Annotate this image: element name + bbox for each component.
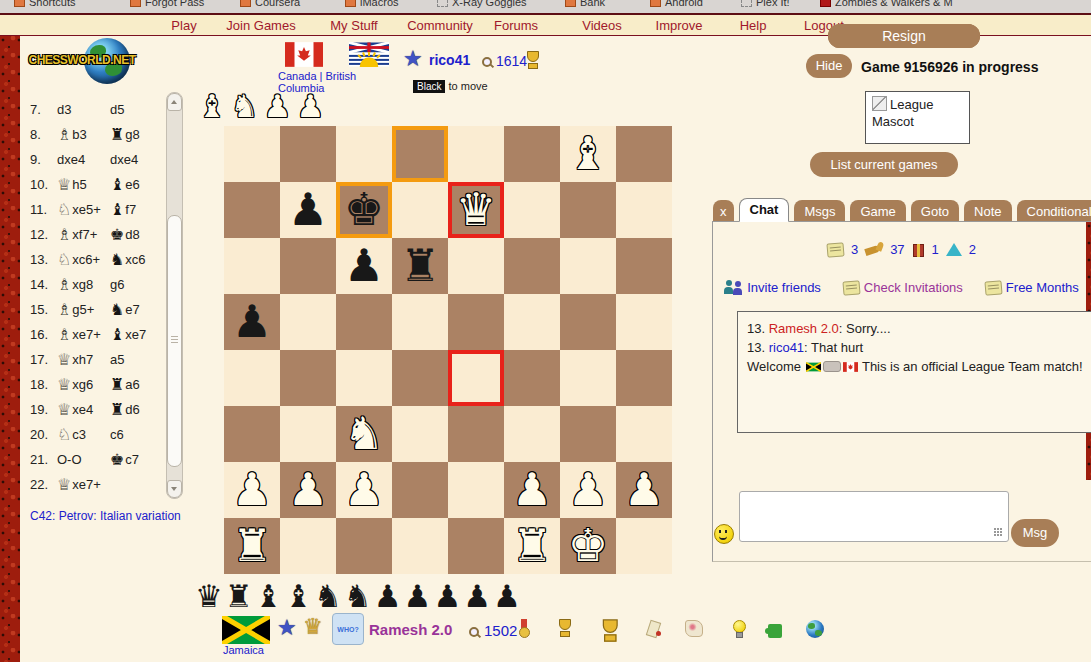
logo-text: CHESSWORLD.NET bbox=[26, 53, 138, 67]
bookmark-label: Forgot Pass bbox=[145, 0, 204, 8]
white-move-text: xg8 bbox=[72, 277, 93, 292]
square-b4[interactable] bbox=[280, 350, 336, 406]
black-piece-icon: ♜ bbox=[110, 127, 124, 143]
bookmark-forgot-pass[interactable]: Forgot Pass bbox=[130, 0, 204, 12]
square-d5[interactable] bbox=[392, 294, 448, 350]
move-row: 14.♗xg8g6 bbox=[30, 272, 165, 297]
bookmark-label: Zombies & Walkers & M bbox=[835, 0, 953, 8]
bookmark-label: X-Ray Goggles bbox=[452, 0, 527, 8]
white-move: ♗b3 bbox=[57, 127, 110, 143]
black-move: ♚c7 bbox=[110, 452, 139, 468]
white-piece-icon: ♕ bbox=[57, 377, 71, 393]
handshake-icon bbox=[823, 361, 841, 372]
move-row: 9.dxe4dxe4 bbox=[30, 147, 165, 172]
chat-sender[interactable]: Ramesh 2.0 bbox=[769, 321, 839, 336]
square-d2[interactable] bbox=[392, 462, 448, 518]
nav-play[interactable]: Play bbox=[171, 18, 196, 33]
white-move-text: xe7+ bbox=[72, 327, 101, 342]
opening-link[interactable]: C42: Petrov: Italian variation bbox=[30, 509, 181, 523]
captured-white-bishop: ♝ bbox=[198, 89, 226, 123]
square-e4[interactable] bbox=[448, 350, 504, 406]
black-move: ♝xe7 bbox=[110, 327, 146, 343]
square-g1[interactable]: ♚ bbox=[560, 518, 616, 574]
black-piece-icon: ♜ bbox=[110, 377, 124, 393]
square-e7[interactable]: ♛ bbox=[448, 182, 504, 238]
black-move: ♞xc6 bbox=[110, 252, 146, 268]
white-move: ♕xe4 bbox=[57, 402, 110, 418]
white-piece-icon: ♗ bbox=[57, 277, 71, 293]
square-a6[interactable] bbox=[224, 238, 280, 294]
bottom-player-name[interactable]: Ramesh 2.0 bbox=[369, 621, 452, 638]
square-g2[interactable]: ♟ bbox=[560, 462, 616, 518]
bookmark-bank[interactable]: Bank bbox=[565, 0, 605, 12]
square-f7[interactable] bbox=[504, 182, 560, 238]
square-c4[interactable] bbox=[336, 350, 392, 406]
broken-image-icon bbox=[872, 96, 887, 111]
square-g3[interactable] bbox=[560, 406, 616, 462]
square-h4[interactable] bbox=[616, 350, 672, 406]
move-number: 17. bbox=[30, 352, 57, 367]
chat-text: Welcome bbox=[747, 359, 805, 374]
black-piece-icon: ♞ bbox=[110, 252, 124, 268]
count-gift: 1 bbox=[932, 242, 939, 257]
captured-black-pawn: ♟ bbox=[463, 579, 491, 613]
bookmark-favicon bbox=[650, 0, 661, 7]
chat-text: This is an official League Team match! bbox=[859, 359, 1083, 374]
black-move-text: xc6 bbox=[125, 252, 145, 267]
bookmark-label: Plex It! bbox=[756, 0, 790, 8]
square-b8[interactable] bbox=[280, 126, 336, 182]
move-row: 16.♗xe7+♝xe7 bbox=[30, 322, 165, 347]
square-c2[interactable]: ♟ bbox=[336, 462, 392, 518]
link-invite-friends[interactable]: Invite friends bbox=[724, 280, 821, 295]
tab-conditionals[interactable]: Conditionals bbox=[1017, 200, 1091, 222]
captured-black-bishop: ♝ bbox=[255, 579, 283, 613]
move-number: 19. bbox=[30, 402, 57, 417]
nav-help[interactable]: Help bbox=[740, 18, 767, 33]
square-f5[interactable] bbox=[504, 294, 560, 350]
league-mascot-box: League Mascot bbox=[865, 91, 970, 144]
bookmark-label: iMacros bbox=[360, 0, 399, 8]
chessworld-game-page: ShortcutsForgot PassCourseraiMacrosX-Ray… bbox=[0, 0, 1091, 662]
square-c3[interactable]: ♞ bbox=[336, 406, 392, 462]
smiley-icon[interactable] bbox=[714, 524, 734, 544]
chat-message-area[interactable]: 13. Ramesh 2.0: Sorry....13. rico41: Tha… bbox=[737, 311, 1091, 433]
black-move-text: d6 bbox=[125, 402, 139, 417]
link-label: Free Months bbox=[1006, 280, 1079, 295]
square-e3[interactable] bbox=[448, 406, 504, 462]
bookmark-android[interactable]: Android bbox=[650, 0, 703, 12]
move-number: 15. bbox=[30, 302, 57, 317]
move-number: 9. bbox=[30, 152, 57, 167]
tab-msgs[interactable]: Msgs bbox=[794, 200, 845, 222]
white-move-text: xg6 bbox=[72, 377, 93, 392]
move-row: 10.♕h5♝e6 bbox=[30, 172, 165, 197]
chat-input[interactable] bbox=[739, 491, 1009, 542]
black-rook: ♜ bbox=[400, 238, 440, 294]
white-move: ♗xf7+ bbox=[57, 227, 110, 243]
captured-black-pawn: ♟ bbox=[374, 579, 402, 613]
white-move-text: h5 bbox=[72, 177, 86, 192]
black-piece-icon: ♞ bbox=[110, 302, 124, 318]
scroll-up-button[interactable] bbox=[167, 93, 182, 111]
captured-black-pieces-tray: ♛♜♝♝♞♞♟♟♟♟♟ bbox=[195, 579, 521, 613]
turn-indicator: Black to move bbox=[413, 80, 488, 92]
move-row: 19.♕xe4♜d6 bbox=[30, 397, 165, 422]
nav-improve[interactable]: Improve bbox=[656, 18, 703, 33]
nav-join-games[interactable]: Join Games bbox=[226, 18, 295, 33]
canada-flag bbox=[285, 42, 323, 67]
square-h8[interactable] bbox=[616, 126, 672, 182]
bookmark-x-ray-goggles[interactable]: X-Ray Goggles bbox=[437, 0, 527, 12]
square-f2[interactable]: ♟ bbox=[504, 462, 560, 518]
white-king: ♚ bbox=[568, 518, 608, 574]
square-a2[interactable]: ♟ bbox=[224, 462, 280, 518]
chat-message: 13. rico41: That hurt bbox=[747, 338, 1091, 357]
captured-black-knight: ♞ bbox=[344, 579, 372, 613]
hide-button[interactable]: Hide bbox=[806, 54, 852, 78]
mascot-label-2: Mascot bbox=[872, 114, 914, 129]
white-move-text: d3 bbox=[57, 102, 71, 117]
captured-white-pieces-tray: ♝♞♟♟ bbox=[198, 89, 324, 123]
star-badge-icon: ★ bbox=[277, 617, 297, 639]
count-pyramid: 2 bbox=[969, 242, 976, 257]
move-number: 14. bbox=[30, 277, 57, 292]
globe-icon bbox=[806, 620, 824, 638]
tab-goto[interactable]: Goto bbox=[911, 200, 959, 222]
bookmark-shortcuts[interactable]: Shortcuts bbox=[14, 0, 75, 12]
medal-icon bbox=[518, 619, 530, 638]
white-piece-icon: ♘ bbox=[57, 202, 71, 218]
black-move-text: g6 bbox=[110, 277, 124, 292]
move-row: 22.♕xe7+ bbox=[30, 472, 165, 497]
square-f4[interactable] bbox=[504, 350, 560, 406]
square-c1[interactable] bbox=[336, 518, 392, 574]
white-move-text: b3 bbox=[72, 127, 86, 142]
square-e2[interactable] bbox=[448, 462, 504, 518]
square-a3[interactable] bbox=[224, 406, 280, 462]
square-e8[interactable] bbox=[448, 126, 504, 182]
square-e1[interactable] bbox=[448, 518, 504, 574]
game-title: Game 9156926 in progress bbox=[861, 59, 1038, 75]
black-move-text: e6 bbox=[125, 177, 139, 192]
white-pawn: ♟ bbox=[512, 462, 552, 518]
square-h2[interactable]: ♟ bbox=[616, 462, 672, 518]
white-move: O-O bbox=[57, 452, 110, 467]
square-h5[interactable] bbox=[616, 294, 672, 350]
crown-icon: ♛ bbox=[303, 614, 323, 639]
white-pawn: ♟ bbox=[288, 462, 328, 518]
white-move-text: g5+ bbox=[72, 302, 94, 317]
white-piece-icon: ♗ bbox=[57, 127, 71, 143]
pyramid-icon[interactable] bbox=[946, 243, 962, 256]
tab-x[interactable]: x bbox=[713, 200, 734, 222]
white-move-text: xe5+ bbox=[72, 202, 101, 217]
bookmark-favicon bbox=[240, 0, 251, 7]
square-b3[interactable] bbox=[280, 406, 336, 462]
bookmark-coursera[interactable]: Coursera bbox=[240, 0, 300, 12]
black-piece-icon: ♝ bbox=[110, 202, 124, 218]
black-move: ♜a6 bbox=[110, 377, 140, 393]
chat-text: 13. bbox=[747, 321, 769, 336]
top-player-name[interactable]: rico41 bbox=[429, 52, 470, 68]
white-move: ♕xe7+ bbox=[57, 477, 110, 493]
count-note: 3 bbox=[851, 242, 858, 257]
square-c6[interactable]: ♟ bbox=[336, 238, 392, 294]
note-icon[interactable] bbox=[826, 242, 844, 257]
black-move-text: f7 bbox=[125, 202, 136, 217]
move-row: 18.♕xg6♜a6 bbox=[30, 372, 165, 397]
who-badge: WHO? bbox=[332, 613, 364, 645]
move-row: 7.d3d5 bbox=[30, 97, 165, 122]
square-c5[interactable] bbox=[336, 294, 392, 350]
square-c8[interactable] bbox=[336, 126, 392, 182]
bookmark-label: Bank bbox=[580, 0, 605, 8]
captured-white-pawn: ♟ bbox=[296, 89, 324, 123]
bookmark-plex-it-[interactable]: Plex It! bbox=[741, 0, 790, 12]
square-a8[interactable] bbox=[224, 126, 280, 182]
square-f8[interactable] bbox=[504, 126, 560, 182]
white-move: ♕xh7 bbox=[57, 352, 110, 368]
textarea-resize-grip[interactable] bbox=[993, 527, 1002, 536]
white-move: ♕xg6 bbox=[57, 377, 110, 393]
note-icon bbox=[984, 280, 1002, 295]
resign-button[interactable]: Resign bbox=[828, 24, 980, 48]
scroll-down-button[interactable] bbox=[167, 480, 182, 498]
chat-sender[interactable]: rico41 bbox=[769, 340, 804, 355]
black-move: ♞e7 bbox=[110, 302, 140, 318]
chess-board: ♝♟♚♛♟♜♟♞♟♟♟♟♟♟♜♜♚ bbox=[224, 126, 672, 574]
black-move-text: a6 bbox=[125, 377, 139, 392]
square-h1[interactable] bbox=[616, 518, 672, 574]
square-e6[interactable] bbox=[448, 238, 504, 294]
chessworld-logo[interactable]: CHESSWORLD.NET bbox=[26, 38, 138, 86]
tab-game[interactable]: Game bbox=[850, 200, 905, 222]
black-move: d5 bbox=[110, 102, 124, 117]
square-b5[interactable] bbox=[280, 294, 336, 350]
move-list-scrollbar[interactable] bbox=[166, 92, 183, 499]
bookmark-favicon bbox=[741, 0, 752, 7]
nav-my-stuff[interactable]: My Stuff bbox=[330, 18, 377, 33]
search-player-icon[interactable] bbox=[481, 56, 494, 69]
white-pawn: ♟ bbox=[344, 462, 384, 518]
black-king: ♚ bbox=[344, 182, 384, 238]
black-piece-icon: ♚ bbox=[110, 227, 124, 243]
white-move-text: xf7+ bbox=[72, 227, 97, 242]
square-h7[interactable] bbox=[616, 182, 672, 238]
link-free-months[interactable]: Free Months bbox=[985, 280, 1079, 295]
black-move-text: d8 bbox=[125, 227, 139, 242]
move-number: 20. bbox=[30, 427, 57, 442]
search-player-icon[interactable] bbox=[468, 626, 481, 639]
to-move-text: to move bbox=[445, 80, 487, 92]
move-number: 13. bbox=[30, 252, 57, 267]
white-rook: ♜ bbox=[512, 518, 552, 574]
bookmark-label: Shortcuts bbox=[29, 0, 75, 8]
black-piece-icon: ♝ bbox=[110, 327, 124, 343]
move-number: 22. bbox=[30, 477, 57, 492]
bookmark-imacros[interactable]: iMacros bbox=[345, 0, 399, 12]
chat-message: 13. Ramesh 2.0: Sorry.... bbox=[747, 319, 1091, 338]
jamaica-flag bbox=[806, 358, 821, 377]
bookmark-label: Coursera bbox=[255, 0, 300, 8]
black-piece-icon: ♝ bbox=[110, 177, 124, 193]
side-to-move-badge: Black bbox=[413, 80, 445, 93]
black-move: ♜g8 bbox=[110, 127, 140, 143]
white-piece-icon: ♗ bbox=[57, 327, 71, 343]
square-c7[interactable]: ♚ bbox=[336, 182, 392, 238]
square-b7[interactable]: ♟ bbox=[280, 182, 336, 238]
captured-black-knight: ♞ bbox=[314, 579, 342, 613]
square-g6[interactable] bbox=[560, 238, 616, 294]
canada-flag bbox=[843, 358, 858, 377]
black-move-text: d5 bbox=[110, 102, 124, 117]
square-d7[interactable] bbox=[392, 182, 448, 238]
move-row: 15.♗g5+♞e7 bbox=[30, 297, 165, 322]
black-pawn: ♟ bbox=[344, 238, 384, 294]
white-move-text: dxe4 bbox=[57, 152, 85, 167]
nav-community[interactable]: Community bbox=[407, 18, 473, 33]
move-row: 12.♗xf7+♚d8 bbox=[30, 222, 165, 247]
star-badge-icon: ★ bbox=[403, 48, 423, 70]
move-number: 18. bbox=[30, 377, 57, 392]
bookmark-zombies-walkers-m[interactable]: Zombies & Walkers & M bbox=[820, 0, 953, 12]
big-trophy-icon bbox=[599, 618, 619, 643]
square-h3[interactable] bbox=[616, 406, 672, 462]
mascot-label-1: League bbox=[890, 97, 933, 112]
black-move: a5 bbox=[110, 352, 124, 367]
scrollbar-thumb[interactable] bbox=[167, 215, 182, 467]
lightbulb-icon bbox=[732, 620, 745, 638]
move-number: 8. bbox=[30, 127, 57, 142]
square-f1[interactable]: ♜ bbox=[504, 518, 560, 574]
move-row: 8.♗b3♜g8 bbox=[30, 122, 165, 147]
captured-black-rook: ♜ bbox=[225, 579, 253, 613]
white-bishop: ♝ bbox=[568, 126, 608, 182]
square-h6[interactable] bbox=[616, 238, 672, 294]
square-a1[interactable]: ♜ bbox=[224, 518, 280, 574]
square-a4[interactable] bbox=[224, 350, 280, 406]
square-a7[interactable] bbox=[224, 182, 280, 238]
move-row: 21.O-O♚c7 bbox=[30, 447, 165, 472]
square-g4[interactable] bbox=[560, 350, 616, 406]
white-move: d3 bbox=[57, 102, 110, 117]
british-columbia-flag bbox=[349, 42, 389, 67]
bookmark-favicon bbox=[14, 0, 25, 7]
move-number: 7. bbox=[30, 102, 57, 117]
link-check-invitations[interactable]: Check Invitations bbox=[843, 280, 963, 295]
white-rook: ♜ bbox=[232, 518, 272, 574]
move-row: 13.♘xc6+♞xc6 bbox=[30, 247, 165, 272]
white-pawn: ♟ bbox=[568, 462, 608, 518]
black-move-text: a5 bbox=[110, 352, 124, 367]
square-d6[interactable]: ♜ bbox=[392, 238, 448, 294]
white-piece-icon: ♕ bbox=[57, 477, 71, 493]
note-icon bbox=[842, 280, 860, 295]
square-g5[interactable] bbox=[560, 294, 616, 350]
white-move-text: xe4 bbox=[72, 402, 93, 417]
gift-icon[interactable] bbox=[912, 242, 925, 257]
black-move-text: dxe4 bbox=[110, 152, 138, 167]
white-pawn: ♟ bbox=[624, 462, 664, 518]
square-e5[interactable] bbox=[448, 294, 504, 350]
white-knight: ♞ bbox=[344, 406, 384, 462]
nav-videos[interactable]: Videos bbox=[582, 18, 622, 33]
trophy-icon bbox=[524, 50, 540, 70]
white-move-text: xc6+ bbox=[72, 252, 100, 267]
chat-text: : Sorry.... bbox=[839, 321, 891, 336]
square-g7[interactable] bbox=[560, 182, 616, 238]
left-border-texture bbox=[0, 36, 20, 662]
chat-text: : That hurt bbox=[804, 340, 863, 355]
puzzle-piece-icon bbox=[768, 624, 782, 638]
square-d3[interactable] bbox=[392, 406, 448, 462]
black-pawn: ♟ bbox=[288, 182, 328, 238]
white-move: ♗xg8 bbox=[57, 277, 110, 293]
trophy-icon bbox=[556, 618, 572, 638]
bottom-player-country[interactable]: Jamaica bbox=[223, 644, 264, 656]
square-d8[interactable] bbox=[392, 126, 448, 182]
top-player-rating[interactable]: 1614 bbox=[496, 53, 527, 69]
black-move-text: g8 bbox=[125, 127, 139, 142]
square-f6[interactable] bbox=[504, 238, 560, 294]
black-move: ♜d6 bbox=[110, 402, 140, 418]
send-message-button[interactable]: Msg bbox=[1011, 519, 1059, 547]
captured-black-pawn: ♟ bbox=[404, 579, 432, 613]
white-queen: ♛ bbox=[456, 182, 496, 238]
captured-white-pawn: ♟ bbox=[264, 89, 292, 123]
link-label: Check Invitations bbox=[864, 280, 963, 295]
browser-bookmarks-bar: ShortcutsForgot PassCourseraiMacrosX-Ray… bbox=[0, 0, 1091, 13]
nav-forums[interactable]: Forums bbox=[494, 18, 538, 33]
white-piece-icon: ♗ bbox=[57, 302, 71, 318]
move-row: 17.♕xh7a5 bbox=[30, 347, 165, 372]
black-move-text: xe7 bbox=[125, 327, 146, 342]
bookmark-favicon bbox=[820, 0, 831, 7]
tab-note[interactable]: Note bbox=[964, 200, 1011, 222]
panel-links-row: Invite friendsCheck InvitationsFree Mont… bbox=[712, 280, 1091, 295]
square-b2[interactable]: ♟ bbox=[280, 462, 336, 518]
list-current-games-button[interactable]: List current games bbox=[810, 152, 958, 177]
square-g8[interactable]: ♝ bbox=[560, 126, 616, 182]
link-label: Invite friends bbox=[747, 280, 821, 295]
white-move-text: O-O bbox=[57, 452, 82, 467]
square-d4[interactable] bbox=[392, 350, 448, 406]
captured-black-bishop: ♝ bbox=[284, 579, 312, 613]
move-list: 7.d3d58.♗b3♜g89.dxe4dxe410.♕h5♝e611.♘xe5… bbox=[30, 97, 165, 497]
white-piece-icon: ♘ bbox=[57, 427, 71, 443]
horn-icon[interactable] bbox=[865, 242, 883, 257]
square-a5[interactable]: ♟ bbox=[224, 294, 280, 350]
black-move: g6 bbox=[110, 277, 124, 292]
square-f3[interactable] bbox=[504, 406, 560, 462]
square-d1[interactable] bbox=[392, 518, 448, 574]
square-b6[interactable] bbox=[280, 238, 336, 294]
move-number: 16. bbox=[30, 327, 57, 342]
tab-chat[interactable]: Chat bbox=[739, 198, 790, 222]
square-b1[interactable] bbox=[280, 518, 336, 574]
bookmark-favicon bbox=[437, 0, 448, 7]
notification-counts-row: 33712 bbox=[712, 242, 1091, 257]
captured-black-pawn: ♟ bbox=[493, 579, 521, 613]
white-piece-icon: ♕ bbox=[57, 177, 71, 193]
white-move: ♘xe5+ bbox=[57, 202, 110, 218]
move-number: 12. bbox=[30, 227, 57, 242]
bottom-player-rating[interactable]: 1502 bbox=[484, 622, 517, 639]
white-piece-icon: ♕ bbox=[57, 402, 71, 418]
bookmark-favicon bbox=[345, 0, 356, 7]
black-move-text: c7 bbox=[125, 452, 139, 467]
